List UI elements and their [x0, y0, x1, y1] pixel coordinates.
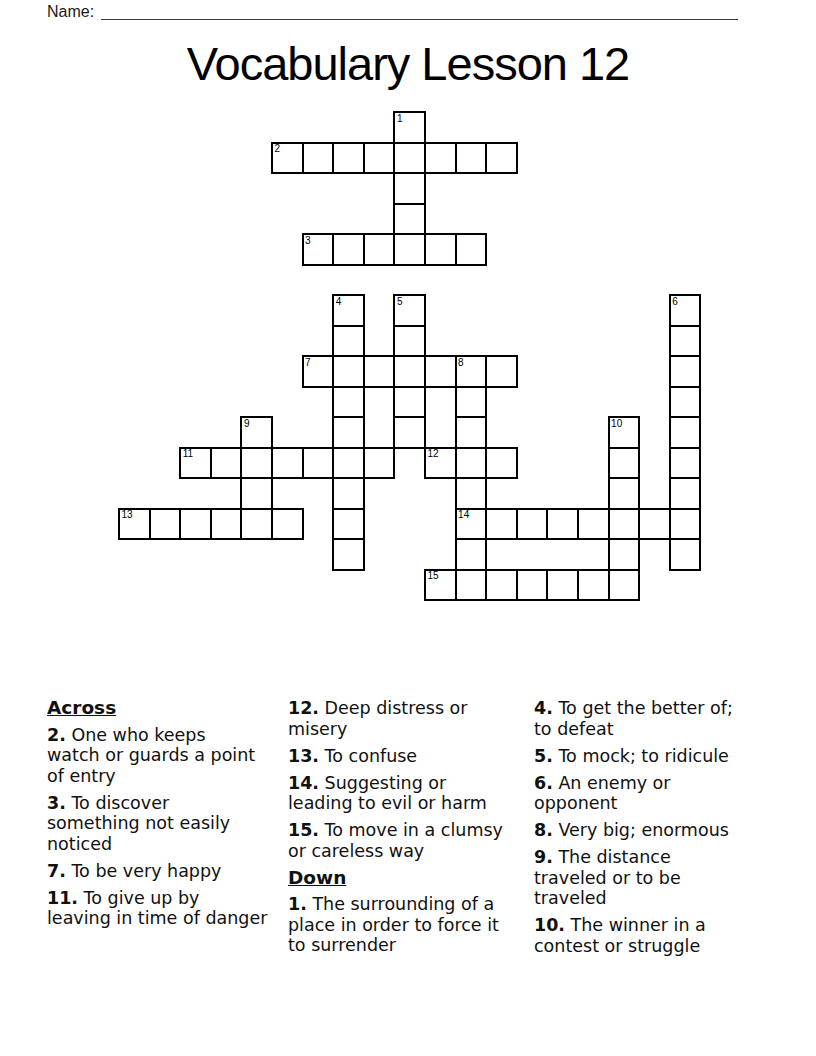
cell-r8c7[interactable] — [332, 355, 365, 388]
clue-number-15: 15 — [428, 571, 439, 581]
cell-r4c7[interactable] — [332, 233, 365, 266]
cell-r11c5[interactable] — [271, 447, 304, 480]
cell-r1c7[interactable] — [332, 142, 365, 175]
cell-r1c10[interactable] — [424, 142, 457, 175]
cell-r13c16[interactable] — [608, 508, 641, 541]
cell-r13c15[interactable] — [577, 508, 610, 541]
clue-number-8: 8 — [458, 358, 464, 368]
clue-number-12: 12 — [428, 449, 439, 459]
cell-r10c7[interactable] — [332, 416, 365, 449]
cell-r12c7[interactable] — [332, 477, 365, 510]
clue-number-label: 6. — [534, 773, 553, 793]
cell-r2c9[interactable] — [393, 172, 426, 205]
clue-number-6: 6 — [672, 297, 678, 307]
cell-r13c14[interactable] — [546, 508, 579, 541]
clue-number-label: 15. — [288, 820, 319, 840]
heading-across: Across — [47, 698, 287, 719]
clue-15: 15. To move in a clumsy or careless way — [288, 820, 523, 861]
cell-r11c16[interactable] — [608, 447, 641, 480]
cell-r8c9[interactable] — [393, 355, 426, 388]
clue-14: 14. Suggesting or leading to evil or har… — [288, 773, 523, 814]
clue-number-label: 3. — [47, 793, 66, 813]
cell-r1c5[interactable]: 2 — [271, 142, 304, 175]
cell-r1c9[interactable] — [393, 142, 426, 175]
clue-11: 11. To give up by leaving in time of dan… — [47, 888, 287, 929]
cell-r12c4[interactable] — [240, 477, 273, 510]
clue-3: 3. To discover something not easily noti… — [47, 793, 287, 855]
cell-r10c18[interactable] — [669, 416, 702, 449]
cell-r11c3[interactable] — [210, 447, 243, 480]
clue-number-label: 7. — [47, 861, 66, 881]
cell-r10c16[interactable]: 10 — [608, 416, 641, 449]
clue-number-3: 3 — [305, 236, 311, 246]
cell-r14c11[interactable] — [455, 538, 488, 571]
name-input-line[interactable] — [101, 2, 738, 20]
cell-r8c18[interactable] — [669, 355, 702, 388]
cell-r15c13[interactable] — [516, 569, 549, 602]
clue-number-9: 9 — [244, 419, 250, 429]
cell-r8c6[interactable]: 7 — [302, 355, 335, 388]
clue-number-label: 12. — [288, 698, 319, 718]
cell-r4c6[interactable]: 3 — [302, 233, 335, 266]
clue-number-label: 1. — [288, 894, 307, 914]
cell-r7c18[interactable] — [669, 325, 702, 358]
clue-number-label: 10. — [534, 915, 565, 935]
clue-number-5: 5 — [397, 297, 403, 307]
clue-number-label: 9. — [534, 847, 553, 867]
cell-r14c16[interactable] — [608, 538, 641, 571]
worksheet-page: Name: Vocabulary Lesson 12 1234567891011… — [0, 0, 816, 1056]
cell-r13c7[interactable] — [332, 508, 365, 541]
clue-number-label: 11. — [47, 888, 78, 908]
cell-r15c15[interactable] — [577, 569, 610, 602]
clue-number-14: 14 — [458, 510, 469, 520]
cell-r10c9[interactable] — [393, 416, 426, 449]
cell-r6c9[interactable]: 5 — [393, 294, 426, 327]
cell-r8c8[interactable] — [363, 355, 396, 388]
clue-number-label: 14. — [288, 773, 319, 793]
cell-r11c4[interactable] — [240, 447, 273, 480]
cell-r11c11[interactable] — [455, 447, 488, 480]
clue-12: 12. Deep distress or misery — [288, 698, 523, 739]
clue-number-label: 2. — [47, 725, 66, 745]
cell-r4c9[interactable] — [393, 233, 426, 266]
cell-r9c18[interactable] — [669, 386, 702, 419]
clue-column-3: 4. To get the better of; to defeat5. To … — [534, 698, 756, 963]
cell-r10c4[interactable]: 9 — [240, 416, 273, 449]
cell-r6c7[interactable]: 4 — [332, 294, 365, 327]
clue-10: 10. The winner in a contest or struggle — [534, 915, 756, 956]
cell-r3c9[interactable] — [393, 203, 426, 236]
cell-r14c18[interactable] — [669, 538, 702, 571]
cell-r8c12[interactable] — [485, 355, 518, 388]
cell-r13c5[interactable] — [271, 508, 304, 541]
heading-down: Down — [288, 868, 523, 889]
cell-r7c7[interactable] — [332, 325, 365, 358]
cell-r13c2[interactable] — [179, 508, 212, 541]
cell-r1c12[interactable] — [485, 142, 518, 175]
cell-r4c8[interactable] — [363, 233, 396, 266]
cell-r13c18[interactable] — [669, 508, 702, 541]
cell-r1c6[interactable] — [302, 142, 335, 175]
clue-8: 8. Very big; enormous — [534, 820, 756, 841]
cell-r13c4[interactable] — [240, 508, 273, 541]
clue-number-label: 4. — [534, 698, 553, 718]
cell-r6c18[interactable]: 6 — [669, 294, 702, 327]
clue-number-label: 13. — [288, 746, 319, 766]
cell-r8c10[interactable] — [424, 355, 457, 388]
clue-number-11: 11 — [183, 449, 193, 459]
cell-r9c9[interactable] — [393, 386, 426, 419]
clue-number-1: 1 — [397, 114, 403, 124]
clue-number-4: 4 — [336, 297, 342, 307]
cell-r15c16[interactable] — [608, 569, 641, 602]
cell-r13c3[interactable] — [210, 508, 243, 541]
clue-5: 5. To mock; to ridicule — [534, 746, 756, 767]
clue-2: 2. One who keeps watch or guards a point… — [47, 725, 287, 787]
cell-r1c11[interactable] — [455, 142, 488, 175]
clue-column-2: 12. Deep distress or misery13. To confus… — [288, 698, 523, 962]
clue-number-label: 5. — [534, 746, 553, 766]
cell-r10c11[interactable] — [455, 416, 488, 449]
cell-r7c9[interactable] — [393, 325, 426, 358]
cell-r15c11[interactable] — [455, 569, 488, 602]
clue-number-2: 2 — [275, 144, 281, 154]
cell-r11c7[interactable] — [332, 447, 365, 480]
cell-r13c11[interactable]: 14 — [455, 508, 488, 541]
clue-number-label: 8. — [534, 820, 553, 840]
clue-13: 13. To confuse — [288, 746, 523, 767]
cell-r13c17[interactable] — [638, 508, 671, 541]
cell-r11c2[interactable]: 11 — [179, 447, 212, 480]
clue-column-1: Across2. One who keeps watch or guards a… — [47, 698, 287, 935]
crossword-grid: 123456789101112131415 — [118, 111, 702, 602]
cell-r11c12[interactable] — [485, 447, 518, 480]
cell-r13c1[interactable] — [149, 508, 182, 541]
cell-r12c16[interactable] — [608, 477, 641, 510]
cell-r8c11[interactable]: 8 — [455, 355, 488, 388]
cell-r15c14[interactable] — [546, 569, 579, 602]
cell-r4c11[interactable] — [455, 233, 488, 266]
cell-r11c6[interactable] — [302, 447, 335, 480]
page-title: Vocabulary Lesson 12 — [0, 36, 816, 92]
clue-7: 7. To be very happy — [47, 861, 287, 882]
cell-r11c10[interactable]: 12 — [424, 447, 457, 480]
cell-r9c11[interactable] — [455, 386, 488, 419]
name-label: Name: — [47, 3, 94, 21]
clue-number-7: 7 — [305, 358, 311, 368]
cell-r11c18[interactable] — [669, 447, 702, 480]
cell-r9c7[interactable] — [332, 386, 365, 419]
clue-number-13: 13 — [122, 510, 133, 520]
clue-1: 1. The surrounding of a place in order t… — [288, 894, 523, 956]
cell-r14c7[interactable] — [332, 538, 365, 571]
cell-r4c10[interactable] — [424, 233, 457, 266]
cell-r12c18[interactable] — [669, 477, 702, 510]
cell-r13c12[interactable] — [485, 508, 518, 541]
clue-9: 9. The distance traveled or to be travel… — [534, 847, 756, 909]
cell-r15c10[interactable]: 15 — [424, 569, 457, 602]
cell-r11c8[interactable] — [363, 447, 396, 480]
cell-r0c9[interactable]: 1 — [393, 111, 426, 144]
cell-r12c11[interactable] — [455, 477, 488, 510]
clue-6: 6. An enemy or opponent — [534, 773, 756, 814]
cell-r13c0[interactable]: 13 — [118, 508, 151, 541]
cell-r1c8[interactable] — [363, 142, 396, 175]
cell-r13c13[interactable] — [516, 508, 549, 541]
cell-r15c12[interactable] — [485, 569, 518, 602]
clue-number-10: 10 — [611, 419, 622, 429]
clue-4: 4. To get the better of; to defeat — [534, 698, 756, 739]
